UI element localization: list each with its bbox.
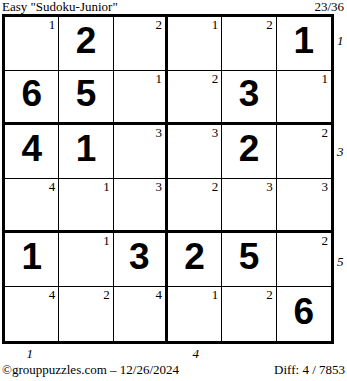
cell-r3c4[interactable]: 3	[168, 125, 222, 179]
pencil-mark: 2	[155, 17, 162, 32]
cell-r3c1[interactable]: 4	[5, 125, 59, 179]
cell-r4c4[interactable]: 2	[168, 179, 222, 233]
pencil-mark: 1	[321, 71, 328, 86]
pencil-mark: 4	[155, 287, 162, 302]
pencil-mark: 3	[155, 179, 162, 194]
cell-r4c5[interactable]: 3	[222, 179, 276, 233]
row-labels: 1 3 5	[337, 14, 347, 344]
given-digit: 1	[21, 238, 42, 275]
cell-r6c3[interactable]: 4	[114, 287, 168, 341]
cell-r1c5[interactable]: 2	[222, 17, 276, 71]
cell-r4c2[interactable]: 1	[59, 179, 113, 233]
row-label-5: 5	[337, 254, 344, 270]
pencil-mark: 2	[266, 287, 273, 302]
given-digit: 3	[239, 75, 260, 112]
cell-r3c5[interactable]: 2	[222, 125, 276, 179]
pencil-mark: 4	[49, 287, 56, 302]
cell-r3c6[interactable]: 2	[277, 125, 331, 179]
puzzle-page: Easy "Sudoku-Junior" 23/36 1221216512314…	[0, 0, 347, 381]
cell-r6c4[interactable]: 1	[168, 287, 222, 341]
cell-r1c2[interactable]: 2	[59, 17, 113, 71]
cell-r5c5[interactable]: 5	[222, 233, 276, 287]
given-digit: 6	[21, 75, 42, 112]
given-digit: 6	[294, 293, 315, 330]
difficulty-text: Diff: 4 / 7853	[274, 362, 345, 378]
pencil-mark: 2	[212, 71, 219, 86]
cell-r1c1[interactable]: 1	[5, 17, 59, 71]
cell-r6c2[interactable]: 2	[59, 287, 113, 341]
given-digit: 3	[129, 238, 150, 275]
cell-r4c6[interactable]: 3	[277, 179, 331, 233]
cell-r6c6[interactable]: 6	[277, 287, 331, 341]
col-label-1: 1	[26, 346, 33, 362]
pencil-mark: 1	[212, 17, 219, 32]
pencil-mark: 2	[103, 287, 110, 302]
page-title: Easy "Sudoku-Junior"	[2, 0, 118, 15]
pencil-mark: 1	[155, 71, 162, 86]
cell-r4c1[interactable]: 4	[5, 179, 59, 233]
puzzle-counter: 23/36	[314, 0, 344, 15]
cell-r4c3[interactable]: 3	[114, 179, 168, 233]
given-digit: 5	[76, 75, 97, 112]
given-digit: 1	[76, 130, 97, 167]
pencil-mark: 2	[321, 125, 328, 140]
cell-r2c3[interactable]: 1	[114, 71, 168, 125]
cell-r5c4[interactable]: 2	[168, 233, 222, 287]
given-digit: 5	[239, 238, 260, 275]
pencil-mark: 3	[212, 125, 219, 140]
cell-r2c6[interactable]: 1	[277, 71, 331, 125]
cell-r1c6[interactable]: 1	[277, 17, 331, 71]
given-digit: 1	[294, 22, 315, 59]
col-labels: 1 4	[2, 346, 334, 360]
cell-r5c6[interactable]: 2	[277, 233, 331, 287]
cell-r5c3[interactable]: 3	[114, 233, 168, 287]
cell-r6c1[interactable]: 4	[5, 287, 59, 341]
pencil-mark: 2	[321, 233, 328, 248]
sudoku-board: 122121651231413322413233113252424126	[2, 14, 334, 344]
pencil-mark: 1	[103, 233, 110, 248]
given-digit: 4	[21, 130, 42, 167]
pencil-mark: 1	[49, 17, 56, 32]
cell-r2c2[interactable]: 5	[59, 71, 113, 125]
cell-r2c1[interactable]: 6	[5, 71, 59, 125]
row-label-1: 1	[337, 33, 344, 49]
given-digit: 2	[76, 22, 97, 59]
pencil-mark: 3	[321, 179, 328, 194]
pencil-mark: 3	[266, 179, 273, 194]
row-label-3: 3	[337, 144, 344, 160]
given-digit: 2	[239, 130, 260, 167]
pencil-mark: 1	[103, 179, 110, 194]
copyright-text: ©grouppuzzles.com – 12/26/2024	[2, 362, 179, 378]
cell-r5c2[interactable]: 1	[59, 233, 113, 287]
cell-r1c4[interactable]: 1	[168, 17, 222, 71]
cell-r2c4[interactable]: 2	[168, 71, 222, 125]
cell-r6c5[interactable]: 2	[222, 287, 276, 341]
pencil-mark: 1	[212, 287, 219, 302]
pencil-mark: 3	[155, 125, 162, 140]
cell-r5c1[interactable]: 1	[5, 233, 59, 287]
cell-r3c3[interactable]: 3	[114, 125, 168, 179]
cell-r1c3[interactable]: 2	[114, 17, 168, 71]
given-digit: 2	[184, 238, 205, 275]
pencil-mark: 2	[212, 179, 219, 194]
pencil-mark: 4	[49, 179, 56, 194]
cell-r3c2[interactable]: 1	[59, 125, 113, 179]
cell-r2c5[interactable]: 3	[222, 71, 276, 125]
col-label-4: 4	[192, 346, 199, 362]
pencil-mark: 2	[266, 17, 273, 32]
